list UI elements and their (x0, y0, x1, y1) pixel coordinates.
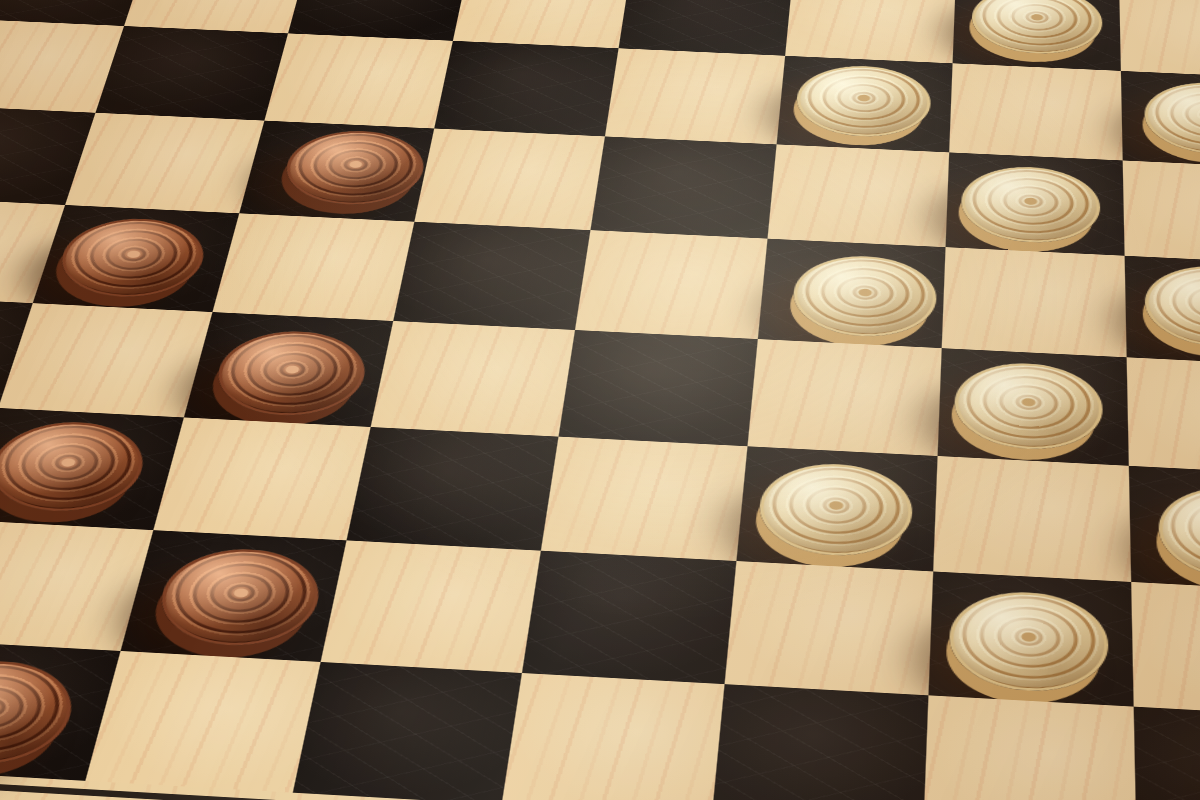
square-r6c3 (321, 540, 541, 673)
cream-man-sq8[interactable] (1144, 80, 1200, 157)
cream-man-sq7[interactable] (794, 63, 932, 139)
square-r0c5 (785, 0, 956, 63)
square-r7c6 (923, 695, 1136, 800)
checkers-board (0, 0, 1200, 800)
brown-man-sq10[interactable] (278, 128, 431, 207)
square-r1c3-playable[interactable] (434, 41, 618, 137)
square-r2c7 (1123, 160, 1200, 264)
square-r2c6-playable[interactable] (946, 152, 1125, 255)
square-r3c3-playable[interactable] (393, 222, 590, 330)
square-r3c4 (575, 230, 768, 339)
square-r4c2-playable[interactable] (184, 312, 393, 427)
square-r5c5-playable[interactable] (736, 446, 937, 571)
brown-man-sq18[interactable] (208, 328, 373, 419)
square-r5c6 (933, 456, 1131, 582)
square-r4c6-playable[interactable] (938, 348, 1129, 466)
brown-man-sq26[interactable] (150, 546, 328, 650)
square-r5c4 (541, 437, 748, 561)
cream-man-sq4[interactable] (971, 0, 1103, 56)
square-r7c7-playable[interactable] (1134, 707, 1200, 800)
square-r4c1 (0, 303, 212, 417)
square-r7c4 (502, 673, 725, 800)
square-r0c4-playable[interactable] (619, 0, 794, 56)
square-r6c7 (1131, 582, 1200, 718)
square-r3c6 (942, 247, 1127, 357)
cream-man-sq15[interactable] (790, 253, 938, 339)
square-r0c6-playable[interactable] (953, 0, 1121, 71)
square-r4c4-playable[interactable] (559, 330, 758, 446)
square-r3c7-playable[interactable] (1125, 256, 1200, 367)
square-r5c3-playable[interactable] (347, 427, 559, 551)
square-r7c3-playable[interactable] (293, 662, 522, 800)
square-r2c3 (414, 128, 605, 230)
square-r4c3 (371, 321, 575, 437)
square-r6c2-playable[interactable] (121, 530, 347, 662)
board-grid (0, 0, 1200, 800)
square-r1c6 (949, 63, 1123, 160)
board-wrapper (0, 0, 1200, 800)
square-r2c1 (65, 113, 264, 214)
brown-man-sq29[interactable] (0, 657, 84, 768)
square-r5c1-playable[interactable] (0, 408, 184, 530)
cream-man-sq28[interactable] (948, 588, 1109, 694)
square-r2c5 (768, 144, 950, 247)
square-r3c1-playable[interactable] (33, 205, 240, 312)
square-r5c2 (153, 417, 370, 540)
square-r1c2 (264, 33, 452, 128)
square-r2c4-playable[interactable] (590, 136, 776, 238)
square-r5c7-playable[interactable] (1129, 466, 1200, 593)
square-r4c7 (1127, 357, 1200, 475)
square-r3c5-playable[interactable] (758, 239, 946, 349)
cream-man-sq23[interactable] (756, 461, 914, 560)
cream-man-sq20[interactable] (953, 360, 1103, 453)
square-r6c5 (725, 561, 934, 695)
square-r4c5 (747, 339, 941, 456)
square-r2c2-playable[interactable] (239, 121, 434, 222)
square-r1c4 (605, 48, 785, 144)
square-r1c7-playable[interactable] (1121, 71, 1200, 169)
cream-man-sq16[interactable] (1144, 263, 1200, 350)
square-r7c2 (85, 651, 320, 793)
square-r6c6-playable[interactable] (928, 571, 1133, 706)
cream-man-sq12[interactable] (960, 164, 1100, 245)
square-r3c2 (212, 213, 414, 321)
square-r6c4-playable[interactable] (522, 551, 736, 684)
square-r7c5-playable[interactable] (712, 684, 929, 800)
brown-man-sq21[interactable] (0, 419, 154, 515)
square-r0c7 (1119, 0, 1200, 79)
cream-man-sq24[interactable] (1157, 484, 1200, 584)
square-r1c5-playable[interactable] (777, 56, 953, 153)
brown-man-sq13[interactable] (51, 216, 214, 300)
square-r1c1-playable[interactable] (95, 26, 288, 121)
